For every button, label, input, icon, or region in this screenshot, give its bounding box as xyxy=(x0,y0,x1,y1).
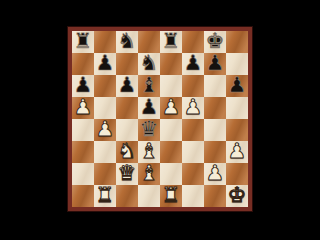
chess-board: ♜♞♜♚♟♞♟♟♟♟♝♟♟♟♟♟♟♛♞♝♟♛♝♟♜♜♚ xyxy=(72,31,248,207)
square-d8[interactable] xyxy=(138,31,160,53)
square-e7[interactable] xyxy=(160,53,182,75)
piece-white-queen[interactable]: ♛ xyxy=(118,162,137,184)
square-e3[interactable] xyxy=(160,141,182,163)
square-c3[interactable]: ♞ xyxy=(116,141,138,163)
piece-black-king[interactable]: ♚ xyxy=(206,30,225,52)
square-c2[interactable]: ♛ xyxy=(116,163,138,185)
piece-black-pawn[interactable]: ♟ xyxy=(74,74,93,96)
square-g6[interactable] xyxy=(204,75,226,97)
piece-white-pawn[interactable]: ♟ xyxy=(74,96,93,118)
square-e1[interactable]: ♜ xyxy=(160,185,182,207)
square-b2[interactable] xyxy=(94,163,116,185)
piece-white-pawn[interactable]: ♟ xyxy=(228,140,247,162)
square-a8[interactable]: ♜ xyxy=(72,31,94,53)
square-f4[interactable] xyxy=(182,119,204,141)
square-h6[interactable]: ♟ xyxy=(226,75,248,97)
piece-black-rook[interactable]: ♜ xyxy=(74,30,93,52)
square-d1[interactable] xyxy=(138,185,160,207)
piece-black-rook[interactable]: ♜ xyxy=(162,30,181,52)
square-f8[interactable] xyxy=(182,31,204,53)
square-h5[interactable] xyxy=(226,97,248,119)
square-h4[interactable] xyxy=(226,119,248,141)
square-c8[interactable]: ♞ xyxy=(116,31,138,53)
square-d7[interactable]: ♞ xyxy=(138,53,160,75)
piece-black-queen[interactable]: ♛ xyxy=(140,118,159,140)
square-g1[interactable] xyxy=(204,185,226,207)
square-c1[interactable] xyxy=(116,185,138,207)
square-f1[interactable] xyxy=(182,185,204,207)
square-c4[interactable] xyxy=(116,119,138,141)
square-g7[interactable]: ♟ xyxy=(204,53,226,75)
square-b1[interactable]: ♜ xyxy=(94,185,116,207)
square-e2[interactable] xyxy=(160,163,182,185)
piece-black-knight[interactable]: ♞ xyxy=(140,52,159,74)
square-e4[interactable] xyxy=(160,119,182,141)
square-g8[interactable]: ♚ xyxy=(204,31,226,53)
square-f3[interactable] xyxy=(182,141,204,163)
square-a3[interactable] xyxy=(72,141,94,163)
square-h2[interactable] xyxy=(226,163,248,185)
piece-white-king[interactable]: ♚ xyxy=(228,184,247,206)
piece-white-bishop[interactable]: ♝ xyxy=(140,140,159,162)
square-f7[interactable]: ♟ xyxy=(182,53,204,75)
square-a4[interactable] xyxy=(72,119,94,141)
piece-white-bishop[interactable]: ♝ xyxy=(140,162,159,184)
square-a2[interactable] xyxy=(72,163,94,185)
piece-white-pawn[interactable]: ♟ xyxy=(96,118,115,140)
square-h1[interactable]: ♚ xyxy=(226,185,248,207)
square-c6[interactable]: ♟ xyxy=(116,75,138,97)
piece-white-pawn[interactable]: ♟ xyxy=(162,96,181,118)
square-f6[interactable] xyxy=(182,75,204,97)
piece-white-pawn[interactable]: ♟ xyxy=(184,96,203,118)
square-d5[interactable]: ♟ xyxy=(138,97,160,119)
square-g3[interactable] xyxy=(204,141,226,163)
square-h8[interactable] xyxy=(226,31,248,53)
square-e8[interactable]: ♜ xyxy=(160,31,182,53)
square-c5[interactable] xyxy=(116,97,138,119)
square-c7[interactable] xyxy=(116,53,138,75)
square-b5[interactable] xyxy=(94,97,116,119)
square-g4[interactable] xyxy=(204,119,226,141)
square-e5[interactable]: ♟ xyxy=(160,97,182,119)
square-e6[interactable] xyxy=(160,75,182,97)
square-b8[interactable] xyxy=(94,31,116,53)
piece-black-pawn[interactable]: ♟ xyxy=(140,96,159,118)
piece-white-rook[interactable]: ♜ xyxy=(162,184,181,206)
square-a5[interactable]: ♟ xyxy=(72,97,94,119)
square-b6[interactable] xyxy=(94,75,116,97)
square-d4[interactable]: ♛ xyxy=(138,119,160,141)
chess-board-frame: ♜♞♜♚♟♞♟♟♟♟♝♟♟♟♟♟♟♛♞♝♟♛♝♟♜♜♚ xyxy=(68,27,252,211)
piece-black-pawn[interactable]: ♟ xyxy=(206,52,225,74)
square-h3[interactable]: ♟ xyxy=(226,141,248,163)
piece-white-rook[interactable]: ♜ xyxy=(96,184,115,206)
square-b4[interactable]: ♟ xyxy=(94,119,116,141)
piece-black-pawn[interactable]: ♟ xyxy=(228,74,247,96)
screenshot-background: ♜♞♜♚♟♞♟♟♟♟♝♟♟♟♟♟♟♛♞♝♟♛♝♟♜♜♚ xyxy=(0,0,320,240)
square-a1[interactable] xyxy=(72,185,94,207)
square-f2[interactable] xyxy=(182,163,204,185)
square-g5[interactable] xyxy=(204,97,226,119)
piece-black-knight[interactable]: ♞ xyxy=(118,30,137,52)
square-a7[interactable] xyxy=(72,53,94,75)
piece-white-knight[interactable]: ♞ xyxy=(118,140,137,162)
piece-black-bishop[interactable]: ♝ xyxy=(140,74,159,96)
piece-black-pawn[interactable]: ♟ xyxy=(96,52,115,74)
square-b7[interactable]: ♟ xyxy=(94,53,116,75)
piece-black-pawn[interactable]: ♟ xyxy=(118,74,137,96)
square-g2[interactable]: ♟ xyxy=(204,163,226,185)
piece-white-pawn[interactable]: ♟ xyxy=(206,162,225,184)
square-b3[interactable] xyxy=(94,141,116,163)
square-d2[interactable]: ♝ xyxy=(138,163,160,185)
piece-black-pawn[interactable]: ♟ xyxy=(184,52,203,74)
square-h7[interactable] xyxy=(226,53,248,75)
square-d3[interactable]: ♝ xyxy=(138,141,160,163)
square-f5[interactable]: ♟ xyxy=(182,97,204,119)
square-d6[interactable]: ♝ xyxy=(138,75,160,97)
square-a6[interactable]: ♟ xyxy=(72,75,94,97)
